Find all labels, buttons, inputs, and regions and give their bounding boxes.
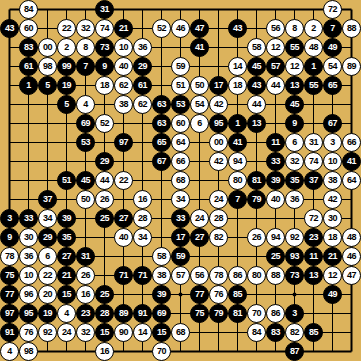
black-stone-91[interactable]: 91: [133, 304, 152, 323]
black-stone-95[interactable]: 95: [19, 304, 38, 323]
white-stone-58[interactable]: 58: [152, 247, 171, 266]
white-stone-57[interactable]: 57: [171, 266, 190, 285]
go-board[interactable]: 8431724360223274215246474356827888300287…: [0, 0, 361, 361]
white-stone-56[interactable]: 56: [190, 266, 209, 285]
white-stone-14[interactable]: 14: [133, 323, 152, 342]
black-stone-69[interactable]: 69: [152, 304, 171, 323]
black-stone-55[interactable]: 55: [285, 38, 304, 57]
white-stone-22[interactable]: 22: [38, 266, 57, 285]
black-stone-21[interactable]: 21: [114, 19, 133, 38]
white-stone-82[interactable]: 82: [285, 323, 304, 342]
black-stone-23[interactable]: 23: [76, 304, 95, 323]
black-stone-47[interactable]: 47: [190, 19, 209, 38]
black-stone-79[interactable]: 79: [247, 190, 266, 209]
white-stone-59[interactable]: 59: [171, 57, 190, 76]
black-stone-41[interactable]: 41: [228, 133, 247, 152]
black-stone-7[interactable]: 7: [76, 57, 95, 76]
white-stone-34[interactable]: 34: [171, 190, 190, 209]
white-stone-22[interactable]: 22: [57, 19, 76, 38]
black-stone-19[interactable]: 19: [38, 304, 57, 323]
white-stone-84[interactable]: 84: [19, 0, 38, 19]
white-stone-28[interactable]: 28: [209, 209, 228, 228]
white-stone-42[interactable]: 42: [323, 190, 342, 209]
black-stone-31[interactable]: 31: [95, 0, 114, 19]
white-stone-60[interactable]: 60: [19, 19, 38, 38]
black-stone-95[interactable]: 95: [209, 114, 228, 133]
white-stone-36[interactable]: 36: [285, 190, 304, 209]
white-stone-48[interactable]: 48: [342, 228, 361, 247]
black-stone-15[interactable]: 15: [152, 323, 171, 342]
black-stone-3[interactable]: 3: [0, 209, 19, 228]
white-stone-12[interactable]: 12: [285, 57, 304, 76]
white-stone-44[interactable]: 44: [247, 95, 266, 114]
black-stone-17[interactable]: 17: [171, 228, 190, 247]
black-stone-71[interactable]: 71: [133, 266, 152, 285]
black-stone-55[interactable]: 55: [304, 76, 323, 95]
black-stone-27[interactable]: 27: [57, 247, 76, 266]
white-stone-22[interactable]: 22: [114, 171, 133, 190]
white-stone-2[interactable]: 2: [57, 38, 76, 57]
black-stone-7[interactable]: 7: [323, 19, 342, 38]
white-stone-54[interactable]: 54: [323, 57, 342, 76]
white-stone-82[interactable]: 82: [209, 228, 228, 247]
black-stone-97[interactable]: 97: [0, 304, 19, 323]
black-stone-83[interactable]: 83: [266, 323, 285, 342]
black-stone-51[interactable]: 51: [57, 171, 76, 190]
white-stone-20[interactable]: 20: [38, 285, 57, 304]
black-stone-3[interactable]: 3: [285, 304, 304, 323]
white-stone-12[interactable]: 12: [323, 266, 342, 285]
black-stone-27[interactable]: 27: [114, 209, 133, 228]
black-stone-33[interactable]: 33: [19, 209, 38, 228]
white-stone-62[interactable]: 62: [133, 95, 152, 114]
black-stone-5[interactable]: 5: [57, 95, 76, 114]
white-stone-80[interactable]: 80: [228, 171, 247, 190]
black-stone-87[interactable]: 87: [285, 342, 304, 361]
black-stone-75[interactable]: 75: [190, 304, 209, 323]
black-stone-45[interactable]: 45: [247, 57, 266, 76]
white-stone-26[interactable]: 26: [95, 190, 114, 209]
black-stone-33[interactable]: 33: [266, 152, 285, 171]
white-stone-48[interactable]: 48: [304, 38, 323, 57]
black-stone-97[interactable]: 97: [114, 133, 133, 152]
black-stone-25[interactable]: 25: [95, 285, 114, 304]
black-stone-81[interactable]: 81: [247, 171, 266, 190]
black-stone-19[interactable]: 19: [57, 76, 76, 95]
black-stone-15[interactable]: 15: [95, 323, 114, 342]
white-stone-30[interactable]: 30: [19, 228, 38, 247]
black-stone-77[interactable]: 77: [190, 285, 209, 304]
white-stone-31[interactable]: 31: [304, 133, 323, 152]
white-stone-88[interactable]: 88: [266, 266, 285, 285]
white-stone-56[interactable]: 56: [266, 19, 285, 38]
black-stone-11[interactable]: 11: [304, 247, 323, 266]
black-stone-28[interactable]: 28: [95, 304, 114, 323]
white-stone-16[interactable]: 16: [95, 342, 114, 361]
white-stone-68[interactable]: 68: [171, 323, 190, 342]
black-stone-43[interactable]: 43: [228, 19, 247, 38]
white-stone-52[interactable]: 52: [95, 114, 114, 133]
white-stone-34[interactable]: 34: [133, 228, 152, 247]
white-stone-58[interactable]: 58: [247, 38, 266, 57]
white-stone-76[interactable]: 76: [209, 285, 228, 304]
white-stone-76[interactable]: 76: [19, 323, 38, 342]
black-stone-99[interactable]: 99: [57, 57, 76, 76]
white-stone-12[interactable]: 12: [266, 38, 285, 57]
white-stone-4[interactable]: 4: [76, 95, 95, 114]
white-stone-42[interactable]: 42: [209, 95, 228, 114]
white-stone-64[interactable]: 64: [342, 171, 361, 190]
black-stone-41[interactable]: 41: [190, 38, 209, 57]
white-stone-86[interactable]: 86: [266, 304, 285, 323]
white-stone-6[interactable]: 6: [38, 247, 57, 266]
white-stone-40[interactable]: 40: [114, 228, 133, 247]
white-stone-16[interactable]: 16: [133, 190, 152, 209]
white-stone-44[interactable]: 44: [95, 171, 114, 190]
white-stone-60[interactable]: 60: [171, 114, 190, 133]
black-stone-73[interactable]: 73: [95, 38, 114, 57]
black-stone-41[interactable]: 41: [342, 152, 361, 171]
black-stone-53[interactable]: 53: [171, 95, 190, 114]
white-stone-24[interactable]: 24: [57, 323, 76, 342]
white-stone-68[interactable]: 68: [171, 171, 190, 190]
white-stone-38[interactable]: 38: [323, 171, 342, 190]
white-stone-52[interactable]: 52: [152, 19, 171, 38]
white-stone-24[interactable]: 24: [209, 190, 228, 209]
black-stone-9[interactable]: 9: [0, 228, 19, 247]
white-stone-2[interactable]: 2: [304, 19, 323, 38]
white-stone-00[interactable]: 00: [38, 38, 57, 57]
white-stone-32[interactable]: 32: [285, 152, 304, 171]
white-stone-10[interactable]: 10: [19, 266, 38, 285]
black-stone-1[interactable]: 1: [19, 76, 38, 95]
black-stone-37[interactable]: 37: [304, 171, 323, 190]
black-stone-37[interactable]: 37: [38, 190, 57, 209]
black-stone-65[interactable]: 65: [152, 133, 171, 152]
black-stone-59[interactable]: 59: [171, 247, 190, 266]
white-stone-16[interactable]: 16: [76, 285, 95, 304]
black-stone-91[interactable]: 91: [0, 323, 19, 342]
white-stone-34[interactable]: 34: [38, 209, 57, 228]
white-stone-50[interactable]: 50: [76, 190, 95, 209]
white-stone-10[interactable]: 10: [114, 38, 133, 57]
black-stone-21[interactable]: 21: [323, 247, 342, 266]
black-stone-9[interactable]: 9: [95, 57, 114, 76]
black-stone-35[interactable]: 35: [57, 228, 76, 247]
white-stone-70[interactable]: 70: [152, 342, 171, 361]
white-stone-51[interactable]: 51: [171, 76, 190, 95]
white-stone-14[interactable]: 14: [228, 57, 247, 76]
white-stone-92[interactable]: 92: [285, 228, 304, 247]
white-stone-00[interactable]: 00: [209, 133, 228, 152]
white-stone-90[interactable]: 90: [114, 323, 133, 342]
white-stone-36[interactable]: 36: [133, 38, 152, 57]
white-stone-80[interactable]: 80: [247, 266, 266, 285]
white-stone-72[interactable]: 72: [323, 0, 342, 19]
white-stone-18[interactable]: 18: [323, 228, 342, 247]
black-stone-39[interactable]: 39: [57, 209, 76, 228]
black-stone-13[interactable]: 13: [285, 76, 304, 95]
white-stone-32[interactable]: 32: [76, 19, 95, 38]
black-stone-45[interactable]: 45: [285, 95, 304, 114]
black-stone-81[interactable]: 81: [228, 304, 247, 323]
black-stone-33[interactable]: 33: [171, 209, 190, 228]
black-stone-11[interactable]: 11: [266, 133, 285, 152]
black-stone-57[interactable]: 57: [266, 57, 285, 76]
white-stone-3[interactable]: 3: [323, 133, 342, 152]
white-stone-26[interactable]: 26: [247, 228, 266, 247]
black-stone-1[interactable]: 1: [304, 57, 323, 76]
white-stone-70[interactable]: 70: [247, 304, 266, 323]
white-stone-42[interactable]: 42: [209, 152, 228, 171]
black-stone-75[interactable]: 75: [0, 266, 19, 285]
black-stone-93[interactable]: 93: [285, 247, 304, 266]
black-stone-17[interactable]: 17: [209, 76, 228, 95]
white-stone-32[interactable]: 32: [76, 323, 95, 342]
black-stone-43[interactable]: 43: [247, 76, 266, 95]
white-stone-36[interactable]: 36: [19, 247, 38, 266]
black-stone-49[interactable]: 49: [323, 38, 342, 57]
white-stone-98[interactable]: 98: [38, 57, 57, 76]
black-stone-9[interactable]: 9: [285, 114, 304, 133]
white-stone-8[interactable]: 8: [76, 38, 95, 57]
white-stone-28[interactable]: 28: [133, 209, 152, 228]
black-stone-25[interactable]: 25: [95, 209, 114, 228]
black-stone-25[interactable]: 25: [266, 247, 285, 266]
black-stone-69[interactable]: 69: [76, 114, 95, 133]
white-stone-8[interactable]: 8: [285, 19, 304, 38]
white-stone-46[interactable]: 46: [342, 247, 361, 266]
white-stone-66[interactable]: 66: [342, 133, 361, 152]
black-stone-73[interactable]: 73: [285, 266, 304, 285]
white-stone-44[interactable]: 44: [266, 76, 285, 95]
black-stone-71[interactable]: 71: [114, 266, 133, 285]
black-stone-67[interactable]: 67: [152, 152, 171, 171]
white-stone-98[interactable]: 98: [19, 342, 38, 361]
white-stone-6[interactable]: 6: [285, 133, 304, 152]
black-stone-61[interactable]: 61: [133, 76, 152, 95]
white-stone-30[interactable]: 30: [323, 209, 342, 228]
black-stone-13[interactable]: 13: [304, 266, 323, 285]
white-stone-24[interactable]: 24: [190, 209, 209, 228]
white-stone-4[interactable]: 4: [0, 342, 19, 361]
white-stone-4[interactable]: 4: [57, 304, 76, 323]
black-stone-35[interactable]: 35: [285, 171, 304, 190]
black-stone-15[interactable]: 15: [57, 285, 76, 304]
white-stone-50[interactable]: 50: [190, 76, 209, 95]
black-stone-65[interactable]: 65: [323, 76, 342, 95]
black-stone-63[interactable]: 63: [152, 114, 171, 133]
black-stone-77[interactable]: 77: [0, 285, 19, 304]
white-stone-26[interactable]: 26: [76, 266, 95, 285]
black-stone-29[interactable]: 29: [95, 152, 114, 171]
white-stone-84[interactable]: 84: [247, 323, 266, 342]
white-stone-18[interactable]: 18: [95, 76, 114, 95]
white-stone-10[interactable]: 10: [323, 152, 342, 171]
white-stone-54[interactable]: 54: [190, 95, 209, 114]
white-stone-46[interactable]: 46: [171, 19, 190, 38]
black-stone-43[interactable]: 43: [0, 19, 19, 38]
white-stone-96[interactable]: 96: [19, 285, 38, 304]
white-stone-6[interactable]: 6: [190, 114, 209, 133]
black-stone-61[interactable]: 61: [19, 57, 38, 76]
white-stone-92[interactable]: 92: [38, 323, 57, 342]
white-stone-94[interactable]: 94: [266, 228, 285, 247]
black-stone-29[interactable]: 29: [133, 57, 152, 76]
white-stone-62[interactable]: 62: [114, 76, 133, 95]
black-stone-5[interactable]: 5: [38, 76, 57, 95]
black-stone-89[interactable]: 89: [114, 304, 133, 323]
black-stone-39[interactable]: 39: [152, 285, 171, 304]
white-stone-74[interactable]: 74: [304, 152, 323, 171]
white-stone-78[interactable]: 78: [0, 247, 19, 266]
white-stone-38[interactable]: 38: [114, 95, 133, 114]
black-stone-31[interactable]: 31: [76, 247, 95, 266]
white-stone-40[interactable]: 40: [266, 190, 285, 209]
black-stone-45[interactable]: 45: [76, 171, 95, 190]
black-stone-13[interactable]: 13: [247, 114, 266, 133]
white-stone-88[interactable]: 88: [342, 19, 361, 38]
black-stone-7[interactable]: 7: [228, 190, 247, 209]
white-stone-74[interactable]: 74: [95, 19, 114, 38]
black-stone-85[interactable]: 85: [304, 323, 323, 342]
white-stone-18[interactable]: 18: [228, 76, 247, 95]
white-stone-47[interactable]: 47: [342, 266, 361, 285]
white-stone-86[interactable]: 86: [228, 266, 247, 285]
black-stone-29[interactable]: 29: [38, 228, 57, 247]
black-stone-49[interactable]: 49: [323, 285, 342, 304]
black-stone-21[interactable]: 21: [57, 266, 76, 285]
black-stone-83[interactable]: 83: [19, 38, 38, 57]
white-stone-72[interactable]: 72: [304, 209, 323, 228]
white-stone-38[interactable]: 38: [152, 266, 171, 285]
black-stone-79[interactable]: 79: [209, 304, 228, 323]
white-stone-40[interactable]: 40: [114, 57, 133, 76]
white-stone-94[interactable]: 94: [228, 152, 247, 171]
white-stone-78[interactable]: 78: [209, 266, 228, 285]
black-stone-53[interactable]: 53: [76, 133, 95, 152]
white-stone-66[interactable]: 66: [171, 152, 190, 171]
black-stone-85[interactable]: 85: [228, 285, 247, 304]
black-stone-1[interactable]: 1: [228, 114, 247, 133]
black-stone-23[interactable]: 23: [304, 228, 323, 247]
black-stone-39[interactable]: 39: [266, 171, 285, 190]
black-stone-27[interactable]: 27: [190, 228, 209, 247]
black-stone-63[interactable]: 63: [152, 95, 171, 114]
black-stone-67[interactable]: 67: [323, 114, 342, 133]
white-stone-64[interactable]: 64: [171, 133, 190, 152]
white-stone-89[interactable]: 89: [342, 57, 361, 76]
